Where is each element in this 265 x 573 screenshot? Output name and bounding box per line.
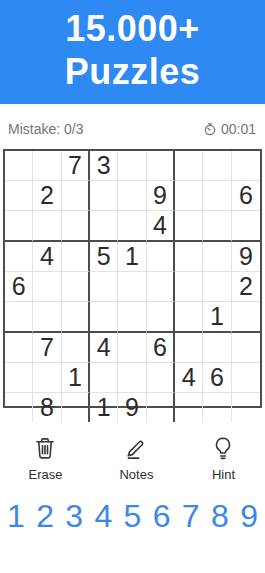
sudoku-cell[interactable] bbox=[62, 302, 90, 333]
sudoku-cell[interactable] bbox=[5, 333, 33, 363]
numpad-5[interactable]: 5 bbox=[124, 498, 142, 534]
sudoku-cell[interactable] bbox=[90, 181, 118, 211]
sudoku-cell[interactable] bbox=[33, 272, 61, 302]
sudoku-cell[interactable] bbox=[118, 302, 146, 333]
sudoku-cell[interactable] bbox=[90, 272, 118, 302]
sudoku-cell[interactable] bbox=[5, 393, 33, 422]
sudoku-cell[interactable]: 4 bbox=[147, 211, 175, 242]
banner-line1: 15.000+ bbox=[0, 7, 265, 50]
sudoku-cell[interactable]: 1 bbox=[90, 393, 118, 422]
sudoku-cell[interactable] bbox=[5, 211, 33, 242]
sudoku-cell[interactable] bbox=[175, 181, 203, 211]
sudoku-cell[interactable] bbox=[175, 272, 203, 302]
numpad-6[interactable]: 6 bbox=[153, 498, 171, 534]
numpad-4[interactable]: 4 bbox=[94, 498, 112, 534]
sudoku-cell[interactable] bbox=[118, 272, 146, 302]
sudoku-cell[interactable] bbox=[175, 302, 203, 333]
sudoku-cell[interactable] bbox=[203, 333, 231, 363]
sudoku-cell[interactable] bbox=[232, 151, 260, 181]
sudoku-cell[interactable] bbox=[62, 211, 90, 242]
sudoku-cell[interactable] bbox=[147, 242, 175, 272]
sudoku-cell[interactable] bbox=[5, 242, 33, 272]
numpad-9[interactable]: 9 bbox=[240, 498, 258, 534]
sudoku-cell[interactable] bbox=[90, 211, 118, 242]
timer-value: 00:01 bbox=[221, 121, 256, 137]
sudoku-cell[interactable] bbox=[33, 211, 61, 242]
sudoku-cell[interactable]: 1 bbox=[203, 302, 231, 333]
sudoku-cell[interactable]: 9 bbox=[118, 393, 146, 422]
sudoku-cell[interactable] bbox=[175, 393, 203, 422]
pencil-icon bbox=[123, 435, 149, 464]
numpad: 123456789 bbox=[0, 498, 265, 534]
numpad-7[interactable]: 7 bbox=[182, 498, 200, 534]
mistake-counter: Mistake: 0/3 bbox=[8, 121, 83, 137]
numpad-8[interactable]: 8 bbox=[211, 498, 229, 534]
stopwatch-icon bbox=[203, 122, 217, 136]
sudoku-cell[interactable]: 6 bbox=[232, 181, 260, 211]
sudoku-cell[interactable] bbox=[175, 151, 203, 181]
status-bar: Mistake: 0/3 00:01 bbox=[0, 119, 265, 139]
sudoku-cell[interactable] bbox=[147, 151, 175, 181]
sudoku-cell[interactable] bbox=[118, 333, 146, 363]
notes-button[interactable]: Notes bbox=[119, 435, 153, 482]
sudoku-cell[interactable] bbox=[232, 333, 260, 363]
sudoku-cell[interactable]: 2 bbox=[33, 181, 61, 211]
sudoku-cell[interactable] bbox=[5, 151, 33, 181]
sudoku-cell[interactable] bbox=[118, 211, 146, 242]
sudoku-cell[interactable] bbox=[147, 272, 175, 302]
sudoku-cell[interactable]: 6 bbox=[203, 363, 231, 393]
sudoku-cell[interactable] bbox=[175, 242, 203, 272]
sudoku-cell[interactable] bbox=[5, 181, 33, 211]
sudoku-cell[interactable] bbox=[232, 393, 260, 422]
sudoku-board: 7329644519621746146819 bbox=[3, 149, 262, 408]
sudoku-cell[interactable] bbox=[118, 363, 146, 393]
sudoku-cell[interactable] bbox=[118, 181, 146, 211]
sudoku-cell[interactable] bbox=[62, 181, 90, 211]
sudoku-cell[interactable]: 4 bbox=[90, 333, 118, 363]
sudoku-cell[interactable] bbox=[232, 302, 260, 333]
erase-button[interactable]: Erase bbox=[29, 435, 63, 482]
sudoku-cell[interactable] bbox=[232, 363, 260, 393]
sudoku-cell[interactable] bbox=[147, 302, 175, 333]
sudoku-cell[interactable]: 9 bbox=[232, 242, 260, 272]
numpad-2[interactable]: 2 bbox=[36, 498, 54, 534]
sudoku-cell[interactable] bbox=[90, 302, 118, 333]
sudoku-cell[interactable] bbox=[175, 211, 203, 242]
sudoku-cell[interactable] bbox=[5, 363, 33, 393]
sudoku-cell[interactable]: 7 bbox=[33, 333, 61, 363]
sudoku-cell[interactable] bbox=[62, 272, 90, 302]
sudoku-cell[interactable] bbox=[33, 151, 61, 181]
sudoku-cell[interactable]: 6 bbox=[147, 333, 175, 363]
sudoku-cell[interactable] bbox=[5, 302, 33, 333]
banner-line2: Puzzles bbox=[0, 50, 265, 93]
sudoku-cell[interactable]: 4 bbox=[175, 363, 203, 393]
numpad-1[interactable]: 1 bbox=[7, 498, 25, 534]
sudoku-cell[interactable] bbox=[175, 333, 203, 363]
sudoku-cell[interactable] bbox=[203, 272, 231, 302]
timer: 00:01 bbox=[203, 121, 256, 137]
sudoku-cell[interactable] bbox=[203, 393, 231, 422]
sudoku-cell[interactable]: 5 bbox=[90, 242, 118, 272]
sudoku-cell[interactable]: 1 bbox=[62, 363, 90, 393]
sudoku-cell[interactable] bbox=[33, 363, 61, 393]
sudoku-cell[interactable] bbox=[62, 242, 90, 272]
lightbulb-icon bbox=[210, 435, 236, 464]
sudoku-cell[interactable] bbox=[203, 242, 231, 272]
sudoku-cell[interactable] bbox=[147, 363, 175, 393]
sudoku-cell[interactable] bbox=[90, 363, 118, 393]
trash-icon bbox=[32, 435, 58, 464]
sudoku-cell[interactable] bbox=[203, 211, 231, 242]
sudoku-cell[interactable] bbox=[118, 151, 146, 181]
sudoku-cell[interactable]: 6 bbox=[5, 272, 33, 302]
notes-label: Notes bbox=[119, 467, 153, 482]
hint-button[interactable]: Hint bbox=[210, 435, 236, 482]
sudoku-cell[interactable] bbox=[203, 151, 231, 181]
erase-label: Erase bbox=[29, 467, 63, 482]
sudoku-cell[interactable] bbox=[147, 393, 175, 422]
sudoku-cell[interactable] bbox=[62, 333, 90, 363]
sudoku-cell[interactable] bbox=[62, 393, 90, 422]
sudoku-cell[interactable]: 4 bbox=[33, 242, 61, 272]
sudoku-cell[interactable] bbox=[203, 181, 231, 211]
sudoku-cell[interactable] bbox=[232, 211, 260, 242]
sudoku-cell[interactable]: 3 bbox=[90, 151, 118, 181]
sudoku-cell[interactable]: 8 bbox=[33, 393, 61, 422]
toolbar: Erase Notes Hint bbox=[0, 435, 265, 482]
numpad-3[interactable]: 3 bbox=[65, 498, 83, 534]
promo-banner: 15.000+ Puzzles bbox=[0, 0, 265, 104]
sudoku-cell[interactable]: 2 bbox=[232, 272, 260, 302]
sudoku-cell[interactable]: 9 bbox=[147, 181, 175, 211]
hint-label: Hint bbox=[212, 467, 235, 482]
sudoku-cell[interactable]: 7 bbox=[62, 151, 90, 181]
sudoku-cell[interactable]: 1 bbox=[118, 242, 146, 272]
sudoku-cell[interactable] bbox=[33, 302, 61, 333]
